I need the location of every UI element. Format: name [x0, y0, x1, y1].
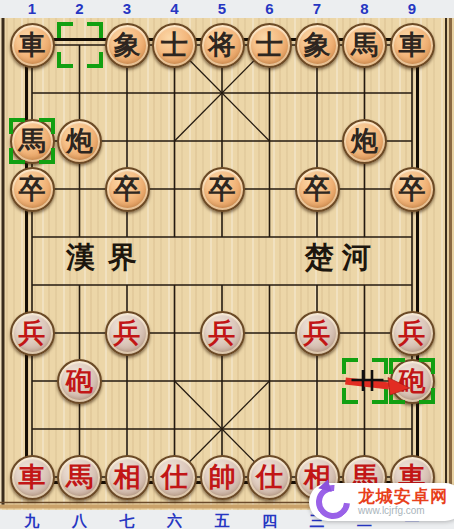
piece-red-仕[interactable]: 仕	[247, 455, 292, 500]
piece-black-炮[interactable]: 炮	[57, 119, 102, 164]
piece-red-仕[interactable]: 仕	[152, 455, 197, 500]
piece-black-馬[interactable]: 馬	[342, 23, 387, 68]
piece-red-兵[interactable]: 兵	[105, 311, 150, 356]
file-label-top: 9	[408, 1, 416, 17]
piece-red-兵[interactable]: 兵	[10, 311, 55, 356]
piece-black-卒[interactable]: 卒	[10, 167, 55, 212]
piece-black-車[interactable]: 車	[390, 23, 435, 68]
move-highlight-marker	[57, 22, 103, 68]
file-label-top: 7	[313, 1, 321, 17]
move-highlight-marker	[9, 118, 55, 164]
file-label-top: 3	[123, 1, 131, 17]
piece-black-卒[interactable]: 卒	[200, 167, 245, 212]
file-label-top: 5	[218, 1, 226, 17]
piece-black-象[interactable]: 象	[105, 23, 150, 68]
file-label-bottom: 八	[72, 513, 87, 529]
piece-red-車[interactable]: 車	[10, 455, 55, 500]
file-label-bottom: 五	[215, 513, 230, 529]
file-label-bottom: 九	[25, 513, 40, 529]
piece-red-相[interactable]: 相	[105, 455, 150, 500]
piece-black-卒[interactable]: 卒	[295, 167, 340, 212]
piece-red-兵[interactable]: 兵	[390, 311, 435, 356]
river-label-hanjie: 漢界	[66, 238, 150, 278]
piece-red-兵[interactable]: 兵	[200, 311, 245, 356]
file-label-top: 8	[360, 1, 368, 17]
piece-black-卒[interactable]: 卒	[390, 167, 435, 212]
piece-black-車[interactable]: 車	[10, 23, 55, 68]
piece-red-兵[interactable]: 兵	[295, 311, 340, 356]
piece-red-馬[interactable]: 馬	[57, 455, 102, 500]
file-label-bottom: 七	[120, 513, 135, 529]
top-coordinate-strip: 123456789	[0, 0, 454, 18]
piece-black-士[interactable]: 士	[152, 23, 197, 68]
file-label-top: 1	[28, 1, 36, 17]
piece-black-将[interactable]: 将	[200, 23, 245, 68]
piece-black-士[interactable]: 士	[247, 23, 292, 68]
piece-black-炮[interactable]: 炮	[342, 119, 387, 164]
watermark-url: www.lcjrfg.com	[358, 506, 448, 517]
watermark-site-name: 龙城安卓网	[358, 488, 448, 506]
xiangqi-app: 車象士将士象馬車馬炮炮卒卒卒卒卒兵兵兵兵兵砲砲車馬相仕帥仕相馬車 漢界 楚河 1…	[0, 0, 454, 529]
watermark: 龙城安卓网 www.lcjrfg.com	[309, 483, 454, 521]
file-label-top: 6	[265, 1, 273, 17]
piece-red-砲[interactable]: 砲	[57, 359, 102, 404]
move-highlight-marker	[389, 358, 435, 404]
file-label-bottom: 四	[262, 513, 277, 529]
piece-black-象[interactable]: 象	[295, 23, 340, 68]
move-highlight-marker	[342, 358, 388, 404]
river-label-chuhe: 楚河	[305, 238, 379, 278]
file-label-top: 2	[75, 1, 83, 17]
piece-red-帥[interactable]: 帥	[200, 455, 245, 500]
file-label-top: 4	[170, 1, 178, 17]
piece-black-卒[interactable]: 卒	[105, 167, 150, 212]
file-label-bottom: 六	[167, 513, 182, 529]
